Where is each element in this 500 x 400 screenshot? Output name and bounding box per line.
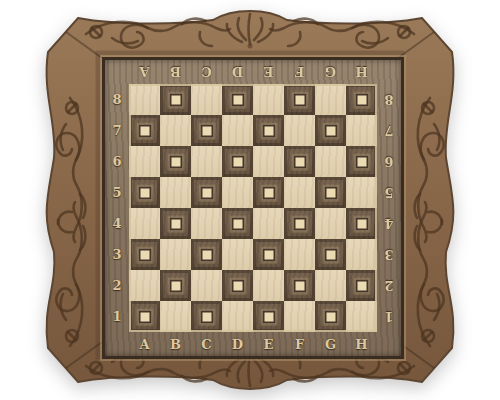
square-b4 xyxy=(160,208,191,239)
square-c5 xyxy=(191,177,222,208)
chess-board: ABCDEFGH8877665544332211ABCDEFGH xyxy=(102,57,404,359)
square-c8 xyxy=(191,84,222,115)
square-e6 xyxy=(253,146,284,177)
square-c6 xyxy=(191,146,222,177)
rank-label-5-right: 5 xyxy=(377,177,401,208)
square-g7 xyxy=(315,115,346,146)
file-label-f-bottom: F xyxy=(284,332,315,356)
square-g5 xyxy=(315,177,346,208)
square-b1 xyxy=(160,301,191,332)
rank-label-1-left: 1 xyxy=(105,301,129,332)
file-label-e-bottom: E xyxy=(253,332,284,356)
file-label-d-bottom: D xyxy=(222,332,253,356)
rank-label-3-left: 3 xyxy=(105,239,129,270)
square-b5 xyxy=(160,177,191,208)
square-g8 xyxy=(315,84,346,115)
square-b2 xyxy=(160,270,191,301)
file-label-b-bottom: B xyxy=(160,332,191,356)
file-label-e-top: E xyxy=(253,60,284,84)
square-d7 xyxy=(222,115,253,146)
square-e4 xyxy=(253,208,284,239)
rank-label-7-left: 7 xyxy=(105,115,129,146)
square-e1 xyxy=(253,301,284,332)
square-a8 xyxy=(129,84,160,115)
rank-label-6-right: 6 xyxy=(377,146,401,177)
file-label-b-top: B xyxy=(160,60,191,84)
square-h2 xyxy=(346,270,377,301)
strip-corner xyxy=(105,60,129,84)
square-c7 xyxy=(191,115,222,146)
square-d2 xyxy=(222,270,253,301)
square-b7 xyxy=(160,115,191,146)
strip-corner xyxy=(377,60,401,84)
file-label-g-bottom: G xyxy=(315,332,346,356)
square-f8 xyxy=(284,84,315,115)
square-d6 xyxy=(222,146,253,177)
rank-label-4-right: 4 xyxy=(377,208,401,239)
square-c3 xyxy=(191,239,222,270)
square-a1 xyxy=(129,301,160,332)
rank-label-7-right: 7 xyxy=(377,115,401,146)
file-label-f-top: F xyxy=(284,60,315,84)
rank-label-3-right: 3 xyxy=(377,239,401,270)
file-label-a-top: A xyxy=(129,60,160,84)
square-g6 xyxy=(315,146,346,177)
square-c1 xyxy=(191,301,222,332)
square-b3 xyxy=(160,239,191,270)
rank-label-4-left: 4 xyxy=(105,208,129,239)
square-b6 xyxy=(160,146,191,177)
file-label-h-bottom: H xyxy=(346,332,377,356)
file-label-c-bottom: C xyxy=(191,332,222,356)
square-e7 xyxy=(253,115,284,146)
square-h1 xyxy=(346,301,377,332)
square-d3 xyxy=(222,239,253,270)
square-f5 xyxy=(284,177,315,208)
square-f3 xyxy=(284,239,315,270)
square-c4 xyxy=(191,208,222,239)
square-a2 xyxy=(129,270,160,301)
board-photo: ABCDEFGH8877665544332211ABCDEFGH xyxy=(0,0,500,400)
rank-label-6-left: 6 xyxy=(105,146,129,177)
strip-corner xyxy=(105,332,129,356)
rank-label-8-right: 8 xyxy=(377,84,401,115)
square-d8 xyxy=(222,84,253,115)
rank-label-5-left: 5 xyxy=(105,177,129,208)
square-e8 xyxy=(253,84,284,115)
square-d4 xyxy=(222,208,253,239)
rank-label-2-right: 2 xyxy=(377,270,401,301)
square-b8 xyxy=(160,84,191,115)
square-a3 xyxy=(129,239,160,270)
file-label-g-top: G xyxy=(315,60,346,84)
file-label-h-top: H xyxy=(346,60,377,84)
rank-label-1-right: 1 xyxy=(377,301,401,332)
square-h3 xyxy=(346,239,377,270)
square-a5 xyxy=(129,177,160,208)
square-g3 xyxy=(315,239,346,270)
rank-label-2-left: 2 xyxy=(105,270,129,301)
square-d1 xyxy=(222,301,253,332)
strip-corner xyxy=(377,332,401,356)
square-d5 xyxy=(222,177,253,208)
square-g2 xyxy=(315,270,346,301)
square-h6 xyxy=(346,146,377,177)
square-f7 xyxy=(284,115,315,146)
square-f2 xyxy=(284,270,315,301)
square-f1 xyxy=(284,301,315,332)
square-h8 xyxy=(346,84,377,115)
square-f6 xyxy=(284,146,315,177)
square-h4 xyxy=(346,208,377,239)
square-h5 xyxy=(346,177,377,208)
square-a4 xyxy=(129,208,160,239)
file-label-a-bottom: A xyxy=(129,332,160,356)
square-g1 xyxy=(315,301,346,332)
square-c2 xyxy=(191,270,222,301)
square-e5 xyxy=(253,177,284,208)
square-e2 xyxy=(253,270,284,301)
square-e3 xyxy=(253,239,284,270)
square-h7 xyxy=(346,115,377,146)
square-g4 xyxy=(315,208,346,239)
square-a7 xyxy=(129,115,160,146)
file-label-d-top: D xyxy=(222,60,253,84)
rank-label-8-left: 8 xyxy=(105,84,129,115)
square-f4 xyxy=(284,208,315,239)
square-a6 xyxy=(129,146,160,177)
file-label-c-top: C xyxy=(191,60,222,84)
